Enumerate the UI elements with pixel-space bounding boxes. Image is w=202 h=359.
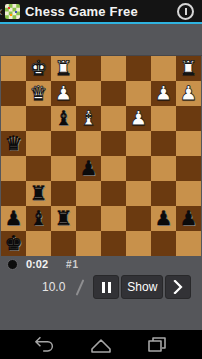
square-f5[interactable] <box>126 131 151 156</box>
square-c8[interactable]: ♜ <box>51 56 76 81</box>
chevron-right-icon <box>173 280 183 294</box>
square-b1[interactable] <box>26 231 51 256</box>
square-f4[interactable] <box>126 156 151 181</box>
square-d3[interactable] <box>76 181 101 206</box>
square-a1[interactable]: ♚ <box>1 231 26 256</box>
square-h3[interactable] <box>176 181 201 206</box>
pause-icon <box>102 282 105 293</box>
square-h5[interactable] <box>176 131 201 156</box>
home-icon <box>89 337 113 353</box>
square-g3[interactable] <box>151 181 176 206</box>
square-g4[interactable] <box>151 156 176 181</box>
square-b6[interactable] <box>26 106 51 131</box>
android-nav-bar <box>0 330 202 359</box>
white-pawn-piece: ♟ <box>55 81 73 106</box>
square-e8[interactable] <box>101 56 126 81</box>
square-c4[interactable] <box>51 156 76 181</box>
square-a3[interactable] <box>1 181 26 206</box>
action-bar: ‹ Chess Game Free <box>0 0 202 24</box>
white-rook-piece: ♜ <box>180 56 198 81</box>
square-a4[interactable] <box>1 156 26 181</box>
square-h8[interactable]: ♜ <box>176 56 201 81</box>
app-title: Chess Game Free <box>25 4 177 19</box>
black-rook-piece: ♜ <box>55 206 73 231</box>
square-d1[interactable] <box>76 231 101 256</box>
square-d4[interactable]: ♟ <box>76 156 101 181</box>
square-c2[interactable]: ♜ <box>51 206 76 231</box>
white-king-piece: ♚ <box>30 56 48 81</box>
show-button[interactable]: Show <box>121 275 163 299</box>
square-g2[interactable]: ♟ <box>151 206 176 231</box>
white-pawn-piece: ♟ <box>155 81 173 106</box>
square-a2[interactable]: ♟ <box>1 206 26 231</box>
info-icon-bar <box>185 8 187 15</box>
square-d2[interactable] <box>76 206 101 231</box>
black-king-piece: ♚ <box>5 231 23 256</box>
slash-divider-icon <box>76 279 85 295</box>
square-f1[interactable] <box>126 231 151 256</box>
info-icon[interactable] <box>177 3 194 20</box>
square-c6[interactable]: ♝ <box>51 106 76 131</box>
square-g6[interactable] <box>151 106 176 131</box>
square-e1[interactable] <box>101 231 126 256</box>
square-b5[interactable] <box>26 131 51 156</box>
square-f7[interactable] <box>126 81 151 106</box>
chess-board: ♚♜♜♛♟♟♟♝♝♟♛♟♜♟♝♜♟♟♚ <box>1 56 201 256</box>
square-c3[interactable] <box>51 181 76 206</box>
square-c5[interactable] <box>51 131 76 156</box>
black-rook-piece: ♜ <box>30 181 48 206</box>
square-h6[interactable] <box>176 106 201 131</box>
white-rook-piece: ♜ <box>55 56 73 81</box>
square-a7[interactable] <box>1 81 26 106</box>
black-pawn-piece: ♟ <box>180 206 198 231</box>
white-queen-piece: ♛ <box>30 81 48 106</box>
square-f2[interactable] <box>126 206 151 231</box>
square-b7[interactable]: ♛ <box>26 81 51 106</box>
time-setting: 10.0 <box>42 280 65 294</box>
controls-row: 10.0 Show <box>0 272 202 302</box>
black-bishop-piece: ♝ <box>55 106 73 131</box>
square-f8[interactable] <box>126 56 151 81</box>
square-d7[interactable] <box>76 81 101 106</box>
black-pawn-piece: ♟ <box>5 206 23 231</box>
square-h2[interactable]: ♟ <box>176 206 201 231</box>
app-screen: ‹ Chess Game Free ♚♜♜♛♟♟♟♝♝♟♛♟♜♟♝♜♟♟♚ 0:… <box>0 0 202 359</box>
white-pawn-piece: ♟ <box>130 106 148 131</box>
black-to-move-dot-icon <box>7 259 18 270</box>
square-e7[interactable] <box>101 81 126 106</box>
square-h7[interactable]: ♟ <box>176 81 201 106</box>
back-icon <box>34 335 56 354</box>
white-bishop-piece: ♝ <box>80 106 98 131</box>
square-e5[interactable] <box>101 131 126 156</box>
white-pawn-piece: ♟ <box>180 81 198 106</box>
nav-back-button[interactable] <box>34 335 56 354</box>
recents-icon <box>146 335 168 354</box>
black-pawn-piece: ♟ <box>155 206 173 231</box>
square-a5[interactable]: ♛ <box>1 131 26 156</box>
square-g1[interactable] <box>151 231 176 256</box>
black-queen-piece: ♛ <box>5 131 23 156</box>
up-caret-icon[interactable]: ‹ <box>0 0 4 22</box>
app-icon <box>5 4 20 19</box>
square-d6[interactable]: ♝ <box>76 106 101 131</box>
square-c7[interactable]: ♟ <box>51 81 76 106</box>
square-c1[interactable] <box>51 231 76 256</box>
square-b8[interactable]: ♚ <box>26 56 51 81</box>
square-e2[interactable] <box>101 206 126 231</box>
square-f6[interactable]: ♟ <box>126 106 151 131</box>
square-e4[interactable] <box>101 156 126 181</box>
nav-recents-button[interactable] <box>146 335 168 354</box>
square-d8[interactable] <box>76 56 101 81</box>
clock: 0:02 <box>26 258 48 270</box>
square-g5[interactable] <box>151 131 176 156</box>
square-b2[interactable]: ♝ <box>26 206 51 231</box>
move-number: #1 <box>66 259 79 270</box>
square-a8[interactable] <box>1 56 26 81</box>
board-area: ♚♜♜♛♟♟♟♝♝♟♛♟♜♟♝♜♟♟♚ <box>0 55 202 256</box>
pause-icon <box>108 282 111 293</box>
next-move-button[interactable] <box>165 275 191 299</box>
square-a6[interactable] <box>1 106 26 131</box>
black-bishop-piece: ♝ <box>30 206 48 231</box>
square-f3[interactable] <box>126 181 151 206</box>
square-d5[interactable] <box>76 131 101 156</box>
square-h4[interactable] <box>176 156 201 181</box>
black-pawn-piece: ♟ <box>80 156 98 181</box>
nav-home-button[interactable] <box>89 337 113 353</box>
square-g7[interactable]: ♟ <box>151 81 176 106</box>
pause-button[interactable] <box>93 275 119 299</box>
square-e6[interactable] <box>101 106 126 131</box>
status-row: 0:02 #1 <box>0 256 202 272</box>
square-b4[interactable] <box>26 156 51 181</box>
square-g8[interactable] <box>151 56 176 81</box>
square-b3[interactable]: ♜ <box>26 181 51 206</box>
square-e3[interactable] <box>101 181 126 206</box>
square-h1[interactable] <box>176 231 201 256</box>
